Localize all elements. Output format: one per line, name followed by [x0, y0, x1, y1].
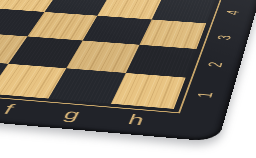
- file-label-f: f: [1, 102, 17, 116]
- rank-label-1: 1: [194, 91, 216, 98]
- square-h4: [151, 0, 215, 23]
- chessboard: abcdefgh 87654321: [0, 0, 256, 142]
- rank-label-3: 3: [215, 34, 235, 40]
- file-label-h: h: [126, 112, 147, 127]
- square-h2: [126, 45, 197, 78]
- board-shadow: abcdefgh 87654321: [0, 0, 256, 158]
- file-label-g: g: [61, 107, 83, 122]
- rank-label-4: 4: [223, 10, 242, 15]
- square-h1: [111, 73, 186, 109]
- rank-label-2: 2: [205, 61, 226, 68]
- board-photo-canvas: abcdefgh 87654321: [0, 0, 256, 158]
